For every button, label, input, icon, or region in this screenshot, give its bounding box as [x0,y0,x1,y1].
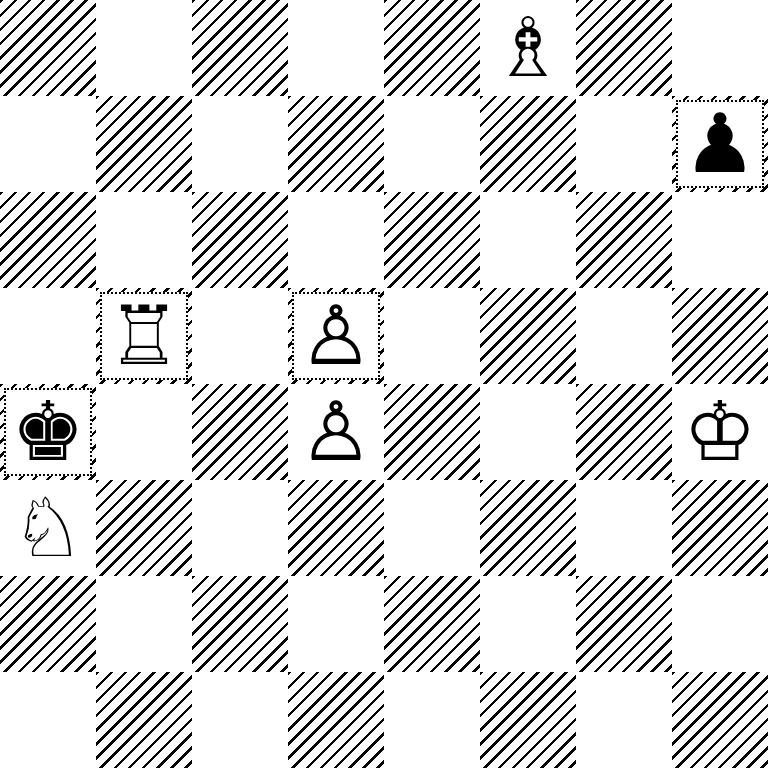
square-g1[interactable] [576,672,672,768]
square-a6[interactable] [0,192,96,288]
square-a5[interactable] [0,288,96,384]
square-c4[interactable] [192,384,288,480]
square-c7[interactable] [192,96,288,192]
square-a3[interactable]: ♘ [0,480,96,576]
square-f2[interactable] [480,576,576,672]
square-c5[interactable] [192,288,288,384]
square-e2[interactable] [384,576,480,672]
piece-white-bishop[interactable]: ♗ [491,0,565,96]
square-e3[interactable] [384,480,480,576]
piece-white-rook[interactable]: ♖ [107,288,181,384]
square-a7[interactable] [0,96,96,192]
square-e5[interactable] [384,288,480,384]
square-b8[interactable] [96,0,192,96]
square-b6[interactable] [96,192,192,288]
square-b7[interactable] [96,96,192,192]
square-g3[interactable] [576,480,672,576]
square-d7[interactable] [288,96,384,192]
square-d1[interactable] [288,672,384,768]
square-d6[interactable] [288,192,384,288]
square-g2[interactable] [576,576,672,672]
square-f4[interactable] [480,384,576,480]
square-f1[interactable] [480,672,576,768]
square-g6[interactable] [576,192,672,288]
square-g8[interactable] [576,0,672,96]
square-f8[interactable]: ♗ [480,0,576,96]
square-c1[interactable] [192,672,288,768]
square-f3[interactable] [480,480,576,576]
square-h6[interactable] [672,192,768,288]
square-f6[interactable] [480,192,576,288]
chessboard: ♗♟♖♙♚♙♔♘ [0,0,768,768]
square-g4[interactable] [576,384,672,480]
square-a1[interactable] [0,672,96,768]
square-c3[interactable] [192,480,288,576]
square-d2[interactable] [288,576,384,672]
square-c6[interactable] [192,192,288,288]
square-c2[interactable] [192,576,288,672]
square-h4[interactable]: ♔ [672,384,768,480]
square-e6[interactable] [384,192,480,288]
square-f5[interactable] [480,288,576,384]
square-b4[interactable] [96,384,192,480]
square-h3[interactable] [672,480,768,576]
square-g5[interactable] [576,288,672,384]
square-h7[interactable]: ♟ [672,96,768,192]
square-a4[interactable]: ♚ [0,384,96,480]
square-c8[interactable] [192,0,288,96]
square-d5[interactable]: ♙ [288,288,384,384]
square-d4[interactable]: ♙ [288,384,384,480]
square-b5[interactable]: ♖ [96,288,192,384]
square-e8[interactable] [384,0,480,96]
piece-black-king[interactable]: ♚ [11,384,85,480]
square-h1[interactable] [672,672,768,768]
square-d8[interactable] [288,0,384,96]
piece-white-king[interactable]: ♔ [683,384,757,480]
square-b2[interactable] [96,576,192,672]
square-e4[interactable] [384,384,480,480]
square-g7[interactable] [576,96,672,192]
square-e7[interactable] [384,96,480,192]
square-b1[interactable] [96,672,192,768]
piece-white-pawn[interactable]: ♙ [299,288,373,384]
square-b3[interactable] [96,480,192,576]
piece-white-knight[interactable]: ♘ [11,480,85,576]
square-h5[interactable] [672,288,768,384]
square-h8[interactable] [672,0,768,96]
square-a8[interactable] [0,0,96,96]
square-h2[interactable] [672,576,768,672]
square-e1[interactable] [384,672,480,768]
square-d3[interactable] [288,480,384,576]
piece-black-pawn[interactable]: ♟ [683,96,757,192]
square-a2[interactable] [0,576,96,672]
square-f7[interactable] [480,96,576,192]
piece-white-pawn[interactable]: ♙ [299,384,373,480]
